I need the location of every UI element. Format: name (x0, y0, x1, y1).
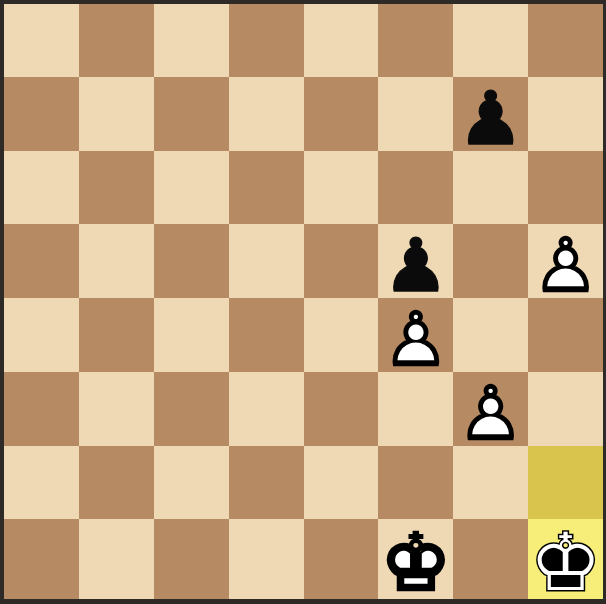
white-pawn-detail-overlay: ♙ (453, 376, 528, 450)
square-f4[interactable]: ♟♙ (378, 298, 453, 372)
square-g5[interactable] (453, 224, 528, 298)
square-a2[interactable] (4, 446, 79, 519)
square-e7[interactable] (304, 77, 379, 151)
square-c4[interactable] (154, 298, 229, 372)
square-g6[interactable] (453, 151, 528, 224)
square-b8[interactable] (79, 4, 154, 77)
square-f2[interactable] (378, 446, 453, 519)
square-b4[interactable] (79, 298, 154, 372)
square-d6[interactable] (229, 151, 304, 224)
square-a5[interactable] (4, 224, 79, 298)
square-e4[interactable] (304, 298, 379, 372)
square-e2[interactable] (304, 446, 379, 519)
square-d2[interactable] (229, 446, 304, 519)
square-a8[interactable] (4, 4, 79, 77)
square-c1[interactable] (154, 519, 229, 599)
square-f7[interactable] (378, 77, 453, 151)
square-d1[interactable] (229, 519, 304, 599)
square-a3[interactable] (4, 372, 79, 446)
white-pawn-detail-overlay: ♙ (528, 228, 603, 302)
square-b5[interactable] (79, 224, 154, 298)
square-c5[interactable] (154, 224, 229, 298)
square-g8[interactable] (453, 4, 528, 77)
square-g7[interactable]: ♟ (453, 77, 528, 151)
square-f1[interactable]: ♚♔ (378, 519, 453, 599)
square-b7[interactable] (79, 77, 154, 151)
square-c8[interactable] (154, 4, 229, 77)
black-king-detail-overlay: ♔ (528, 523, 603, 603)
square-b2[interactable] (79, 446, 154, 519)
square-c7[interactable] (154, 77, 229, 151)
square-g2[interactable] (453, 446, 528, 519)
square-a6[interactable] (4, 151, 79, 224)
piece-white-pawn[interactable]: ♟♙ (453, 376, 528, 450)
white-king-detail-overlay: ♔ (378, 523, 453, 603)
square-h4[interactable] (528, 298, 603, 372)
piece-white-king[interactable]: ♚♔ (378, 523, 453, 603)
square-d3[interactable] (229, 372, 304, 446)
square-h2[interactable] (528, 446, 603, 519)
square-h6[interactable] (528, 151, 603, 224)
chess-board-frame: ♟♟♟♙♟♙♟♙♚♔♚♔ (0, 0, 606, 604)
black-pawn-glyph: ♟ (458, 81, 524, 155)
square-h3[interactable] (528, 372, 603, 446)
square-e8[interactable] (304, 4, 379, 77)
piece-black-pawn[interactable]: ♟ (453, 81, 528, 155)
square-a4[interactable] (4, 298, 79, 372)
square-d7[interactable] (229, 77, 304, 151)
square-c2[interactable] (154, 446, 229, 519)
square-b3[interactable] (79, 372, 154, 446)
square-b1[interactable] (79, 519, 154, 599)
square-d4[interactable] (229, 298, 304, 372)
square-g4[interactable] (453, 298, 528, 372)
square-e3[interactable] (304, 372, 379, 446)
square-f5[interactable]: ♟ (378, 224, 453, 298)
white-pawn-detail-overlay: ♙ (378, 302, 453, 376)
piece-black-pawn[interactable]: ♟ (378, 228, 453, 302)
black-pawn-glyph: ♟ (383, 228, 449, 302)
square-f3[interactable] (378, 372, 453, 446)
square-h5[interactable]: ♟♙ (528, 224, 603, 298)
square-g1[interactable] (453, 519, 528, 599)
square-h1[interactable]: ♚♔ (528, 519, 603, 599)
square-e1[interactable] (304, 519, 379, 599)
piece-white-pawn[interactable]: ♟♙ (378, 302, 453, 376)
square-e6[interactable] (304, 151, 379, 224)
square-a7[interactable] (4, 77, 79, 151)
piece-white-pawn[interactable]: ♟♙ (528, 228, 603, 302)
chess-board: ♟♟♟♙♟♙♟♙♚♔♚♔ (4, 4, 603, 599)
square-h8[interactable] (528, 4, 603, 77)
square-c3[interactable] (154, 372, 229, 446)
square-d8[interactable] (229, 4, 304, 77)
square-a1[interactable] (4, 519, 79, 599)
square-c6[interactable] (154, 151, 229, 224)
square-f6[interactable] (378, 151, 453, 224)
square-b6[interactable] (79, 151, 154, 224)
square-d5[interactable] (229, 224, 304, 298)
square-e5[interactable] (304, 224, 379, 298)
square-h7[interactable] (528, 77, 603, 151)
piece-black-king[interactable]: ♚♔ (528, 523, 603, 603)
square-f8[interactable] (378, 4, 453, 77)
square-g3[interactable]: ♟♙ (453, 372, 528, 446)
